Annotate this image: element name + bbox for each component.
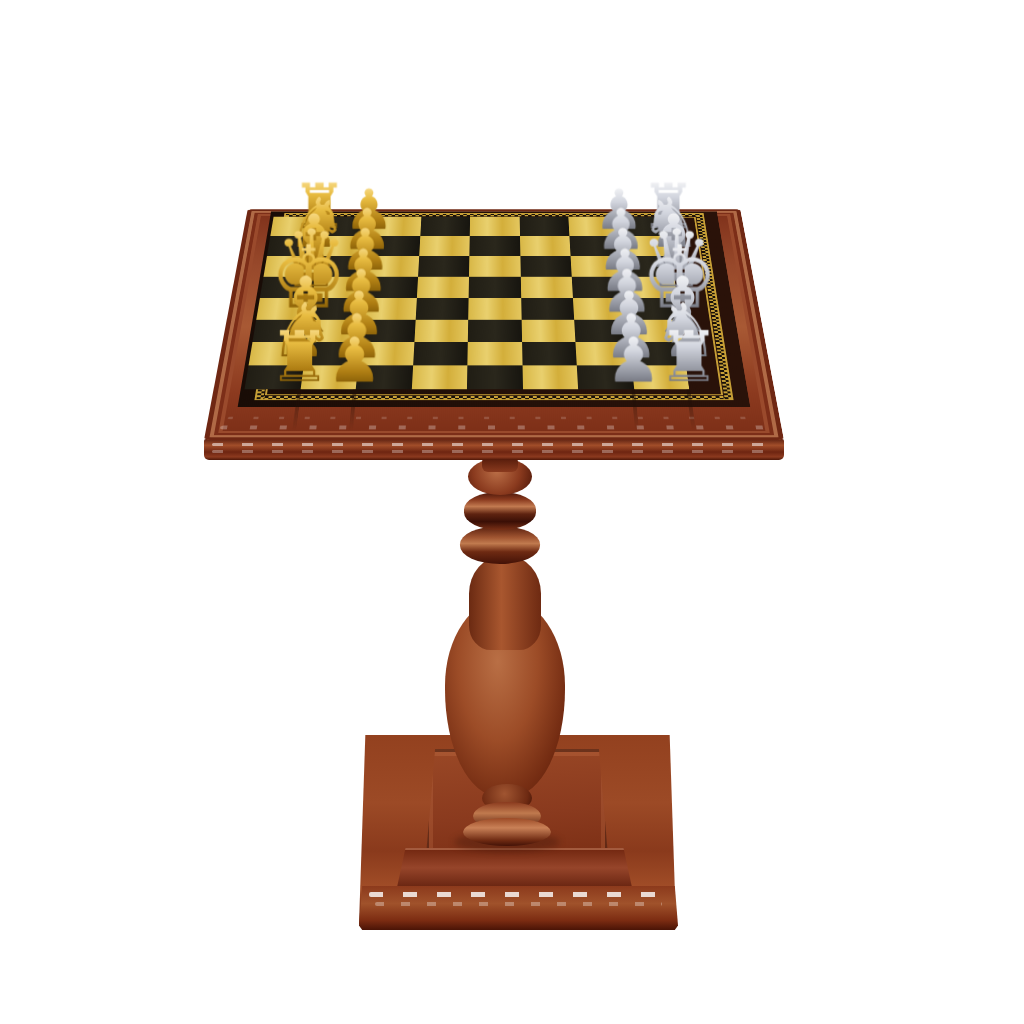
- pedestal-foot-flare: [463, 818, 551, 846]
- pedestal-neck: [469, 556, 541, 650]
- table-top: ♜♞♝♛♚♝♞♜♟♟♟♟♟♟♟♟♟♟♟♟♟♟♟♟♜♞♝♛♚♝♞♜: [204, 0, 784, 440]
- product-photo: ♜♞♝♛♚♝♞♜♟♟♟♟♟♟♟♟♟♟♟♟♟♟♟♟♜♞♝♛♚♝♞♜: [0, 0, 1024, 1024]
- gloss-highlight: [212, 443, 776, 446]
- base-bottom-molding: [359, 886, 678, 930]
- board-mat: [238, 211, 751, 407]
- gloss-highlight: [375, 902, 662, 906]
- base-middle-step: [396, 848, 633, 892]
- pedestal-collar-ring: [460, 526, 540, 564]
- table-top-surface: ♜♞♝♛♚♝♞♜♟♟♟♟♟♟♟♟♟♟♟♟♟♟♟♟♜♞♝♛♚♝♞♜: [204, 209, 784, 440]
- gold-trim-inner-line: [265, 217, 723, 396]
- gloss-highlight: [212, 450, 776, 453]
- pedestal-torus-ring: [464, 492, 536, 530]
- gloss-highlight: [369, 892, 668, 897]
- table-apron: [204, 439, 784, 460]
- gold-checkered-trim: [256, 396, 731, 399]
